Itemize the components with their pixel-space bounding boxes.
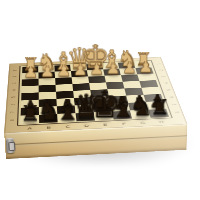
file-label-b: B	[39, 125, 58, 131]
black-knight[interactable]: ♞	[37, 101, 61, 122]
square-g4[interactable]	[123, 81, 142, 89]
product-photo-chess-set: ♜♞♝♛♚♝♞♜♟♟♟♟♟♟♟♟♟♟♟♟♟♟♟♟♜♞♝♛♚♝♞♜ ABCDEFG…	[0, 0, 200, 200]
white-pawn[interactable]: ♟	[39, 65, 54, 78]
file-label-a: A	[20, 126, 39, 132]
square-g3[interactable]	[121, 74, 139, 81]
chess-box: ♜♞♝♛♚♝♞♜♟♟♟♟♟♟♟♟♟♟♟♟♟♟♟♟♜♞♝♛♚♝♞♜ ABCDEFG…	[6, 79, 187, 159]
white-pawn[interactable]: ♟	[72, 63, 87, 76]
clasp-latch-icon	[6, 138, 15, 153]
file-label-g: G	[133, 120, 153, 126]
board-top-face: ♜♞♝♛♚♝♞♜♟♟♟♟♟♟♟♟♟♟♟♟♟♟♟♟♜♞♝♛♚♝♞♜ ABCDEFG…	[4, 57, 187, 133]
square-b8[interactable]: ♞	[39, 114, 58, 123]
file-label-h: H	[151, 119, 171, 125]
square-a8[interactable]: ♜	[20, 115, 39, 124]
square-d2[interactable]: ♟	[71, 70, 88, 77]
board-frame: ♜♞♝♛♚♝♞♜♟♟♟♟♟♟♟♟♟♟♟♟♟♟♟♟♜♞♝♛♚♝♞♜	[17, 60, 173, 125]
white-pawn[interactable]: ♟	[23, 66, 38, 79]
white-pawn[interactable]: ♟	[105, 62, 120, 75]
lid-seam	[5, 136, 187, 147]
rank-label-1: 1	[150, 62, 167, 66]
file-label-d: D	[77, 123, 97, 129]
white-pawn[interactable]: ♟	[122, 61, 137, 74]
rank-label-3: 3	[154, 74, 172, 78]
white-pawn[interactable]: ♟	[56, 64, 71, 77]
rank-label-4: 4	[156, 81, 174, 85]
white-pawn[interactable]: ♟	[89, 63, 104, 76]
file-label-f: F	[114, 121, 134, 127]
rank-label-2: 2	[152, 68, 169, 72]
black-rook[interactable]: ♜	[20, 105, 40, 122]
file-label-c: C	[58, 124, 77, 130]
file-label-e: E	[95, 122, 115, 128]
scene-3d: ♜♞♝♛♚♝♞♜♟♟♟♟♟♟♟♟♟♟♟♟♟♟♟♟♜♞♝♛♚♝♞♜ ABCDEFG…	[0, 0, 200, 200]
square-g2[interactable]: ♟	[119, 68, 137, 75]
board-grid: ♜♞♝♛♚♝♞♜♟♟♟♟♟♟♟♟♟♟♟♟♟♟♟♟♜♞♝♛♚♝♞♜	[20, 61, 169, 124]
